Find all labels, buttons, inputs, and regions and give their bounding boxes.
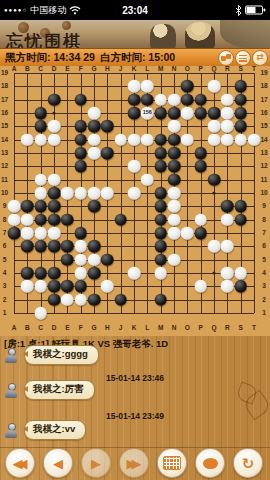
row-label-right: 14	[260, 136, 267, 143]
black-stone	[74, 93, 87, 106]
column-label-top: B	[25, 66, 30, 73]
app-banner: 忘忧围棋	[0, 20, 270, 48]
black-stone	[208, 107, 221, 120]
white-stone	[208, 240, 221, 253]
black-stone	[88, 293, 101, 306]
rewind-to-start-button[interactable]: ◀◀	[5, 448, 35, 478]
white-stone	[194, 280, 207, 293]
black-stone	[128, 93, 141, 106]
black-stone	[61, 213, 74, 226]
white-stone	[234, 133, 247, 146]
banner-coin-ornament	[62, 21, 71, 30]
white-stone	[34, 133, 47, 146]
black-stone	[48, 240, 61, 253]
column-label-top: R	[225, 66, 230, 73]
column-label-bottom: A	[12, 325, 17, 332]
white-stone	[21, 280, 34, 293]
white-stone	[74, 187, 87, 200]
blocks-button[interactable]	[218, 50, 234, 66]
white-stone	[74, 293, 87, 306]
save-icon	[239, 55, 247, 62]
black-stone	[154, 200, 167, 213]
row-label-right: 15	[260, 123, 267, 130]
white-stone	[34, 227, 47, 240]
black-stone	[114, 213, 127, 226]
row-label-right: 4	[262, 270, 266, 277]
white-stone	[128, 133, 141, 146]
column-label-bottom: C	[38, 325, 43, 332]
white-stone	[74, 267, 87, 280]
black-stone	[154, 227, 167, 240]
chat-panel[interactable]: [房:1 桌:1] 好玩具 1K VS 强哥老爷. 1D 我棋之:gggg15-…	[0, 336, 270, 447]
status-time: 23:04	[0, 5, 270, 16]
row-label-left: 11	[1, 176, 8, 183]
black-stone	[194, 160, 207, 173]
row-label-right: 3	[262, 283, 266, 290]
white-stone	[21, 227, 34, 240]
black-stone	[168, 107, 181, 120]
user-avatar-icon	[4, 383, 17, 398]
white-stone	[88, 107, 101, 120]
row-label-left: 10	[1, 190, 8, 197]
black-stone	[34, 200, 47, 213]
black-stone	[74, 227, 87, 240]
banner-painting-rock	[220, 20, 270, 48]
white-stone	[114, 133, 127, 146]
white-stone	[208, 133, 221, 146]
white-stone	[181, 133, 194, 146]
exit-loop-icon: ↻	[242, 456, 255, 471]
white-stone	[101, 280, 114, 293]
black-time-label: 黑方时间: 14:34 29	[5, 51, 95, 65]
chat-message-row: 我棋之:gggg	[4, 345, 99, 365]
black-stone	[21, 267, 34, 280]
row-label-right: 19	[260, 70, 267, 77]
column-label-top: J	[119, 66, 123, 73]
black-stone	[154, 107, 167, 120]
black-stone	[48, 267, 61, 280]
column-label-bottom: L	[145, 325, 149, 332]
column-label-top: Q	[211, 66, 216, 73]
column-label-bottom: B	[25, 325, 30, 332]
white-stone	[141, 80, 154, 93]
white-stone	[34, 187, 47, 200]
column-label-bottom: K	[132, 325, 137, 332]
black-stone	[48, 280, 61, 293]
grid-line	[14, 260, 254, 261]
board-keyboard-button[interactable]	[157, 448, 187, 478]
row-label-right: 5	[262, 256, 266, 263]
white-stone	[61, 293, 74, 306]
white-stone	[141, 173, 154, 186]
white-stone	[21, 133, 34, 146]
white-stone	[181, 107, 194, 120]
black-stone	[234, 200, 247, 213]
swap-arrows-icon: ⇄	[253, 52, 267, 62]
black-stone	[101, 253, 114, 266]
black-stone	[194, 147, 207, 160]
white-stone	[168, 253, 181, 266]
star-point	[212, 191, 215, 194]
white-stone	[221, 133, 234, 146]
black-stone	[88, 120, 101, 133]
step-forward-icon: ▶	[91, 457, 101, 470]
column-label-top: D	[52, 66, 57, 73]
row-label-left: 3	[3, 283, 7, 290]
black-stone	[154, 147, 167, 160]
white-stone	[48, 133, 61, 146]
black-stone	[234, 280, 247, 293]
row-label-right: 17	[260, 96, 267, 103]
swap-button[interactable]: ⇄	[252, 50, 268, 66]
column-label-top: T	[252, 66, 256, 73]
column-label-top: H	[105, 66, 110, 73]
row-label-left: 18	[1, 83, 8, 90]
column-label-top: O	[185, 66, 190, 73]
white-stone	[168, 213, 181, 226]
game-time-bar: 黑方时间: 14:34 29 白方时间: 15:00 ⇄	[0, 48, 270, 66]
black-stone	[34, 107, 47, 120]
black-stone	[154, 240, 167, 253]
banner-painting-figure	[185, 22, 215, 48]
black-stone	[154, 293, 167, 306]
white-stone	[168, 200, 181, 213]
row-label-left: 14	[1, 136, 8, 143]
row-label-left: 5	[3, 256, 7, 263]
user-avatar-icon	[4, 423, 17, 438]
row-label-left: 2	[3, 296, 7, 303]
white-stone	[128, 267, 141, 280]
white-stone	[208, 80, 221, 93]
black-stone	[234, 213, 247, 226]
grid-icon	[163, 456, 181, 470]
column-label-top: F	[79, 66, 83, 73]
white-stone	[74, 253, 87, 266]
white-stone	[48, 120, 61, 133]
white-stone	[181, 227, 194, 240]
row-label-right: 1	[262, 310, 266, 317]
white-stone	[48, 227, 61, 240]
white-stone	[74, 240, 87, 253]
white-stone	[141, 133, 154, 146]
white-stone	[101, 187, 114, 200]
row-label-left: 1	[3, 310, 7, 317]
black-stone	[168, 173, 181, 186]
column-label-bottom: E	[65, 325, 69, 332]
white-stone	[21, 213, 34, 226]
white-stone	[34, 280, 47, 293]
row-label-left: 19	[1, 70, 8, 77]
black-stone	[221, 200, 234, 213]
black-stone	[8, 227, 21, 240]
row-label-right: 6	[262, 243, 266, 250]
black-stone	[154, 133, 167, 146]
black-stone	[88, 240, 101, 253]
timebar-buttons: ⇄	[217, 50, 268, 66]
black-stone	[181, 80, 194, 93]
black-stone	[128, 107, 141, 120]
grid-line	[254, 73, 255, 313]
step-back-icon: ◀	[53, 457, 63, 470]
white-stone	[221, 120, 234, 133]
bottom-toolbar: ◀◀◀▶▶▶↻	[0, 447, 270, 480]
black-stone	[101, 120, 114, 133]
white-stone	[221, 240, 234, 253]
white-stone	[234, 267, 247, 280]
white-stone	[34, 173, 47, 186]
row-label-left: 16	[1, 110, 8, 117]
column-label-bottom: T	[252, 325, 256, 332]
column-label-bottom: F	[79, 325, 83, 332]
user-avatar-icon	[4, 348, 17, 363]
white-stone	[8, 200, 21, 213]
last-move-stone: 156	[141, 107, 154, 120]
grid-line	[14, 313, 254, 314]
app-title-calligraphy: 忘忧围棋	[6, 30, 82, 48]
row-label-right: 10	[260, 190, 267, 197]
white-stone	[221, 93, 234, 106]
row-label-right: 11	[261, 176, 268, 183]
row-label-right: 13	[260, 150, 267, 157]
white-stone	[88, 147, 101, 160]
column-label-bottom: M	[158, 325, 163, 332]
white-stone	[194, 213, 207, 226]
white-stone	[168, 187, 181, 200]
column-label-bottom: J	[119, 325, 123, 332]
column-label-bottom: G	[91, 325, 96, 332]
white-stone	[168, 227, 181, 240]
black-stone	[234, 93, 247, 106]
white-stone	[221, 267, 234, 280]
move-number-label: 156	[141, 110, 154, 116]
white-stone	[221, 213, 234, 226]
black-stone	[194, 227, 207, 240]
banner-painting-figure	[150, 24, 176, 48]
black-stone	[141, 93, 154, 106]
white-stone	[221, 107, 234, 120]
chat-message-row: 我棋之:厉害	[4, 380, 95, 400]
black-stone	[48, 293, 61, 306]
battery-icon	[245, 5, 266, 15]
black-stone	[154, 253, 167, 266]
black-stone	[48, 187, 61, 200]
white-stone	[208, 120, 221, 133]
black-stone	[34, 240, 47, 253]
fast-forward-button[interactable]: ▶▶	[119, 448, 149, 478]
column-label-top: E	[65, 66, 69, 73]
row-label-left: 15	[1, 123, 8, 130]
black-stone	[234, 107, 247, 120]
column-label-bottom: S	[238, 325, 242, 332]
black-stone	[34, 213, 47, 226]
black-stone	[48, 213, 61, 226]
white-stone	[154, 267, 167, 280]
black-stone	[48, 93, 61, 106]
white-stone	[34, 307, 47, 320]
black-stone	[194, 107, 207, 120]
row-label-left: 4	[3, 270, 7, 277]
black-stone	[34, 267, 47, 280]
white-stone	[8, 213, 21, 226]
black-stone	[234, 120, 247, 133]
black-stone	[74, 280, 87, 293]
row-label-left: 6	[3, 243, 7, 250]
black-stone	[74, 147, 87, 160]
black-stone	[88, 267, 101, 280]
white-stone	[88, 187, 101, 200]
black-stone	[168, 133, 181, 146]
black-stone	[61, 253, 74, 266]
chat-message-row: 我棋之:vv	[4, 420, 86, 440]
black-stone	[61, 240, 74, 253]
white-time-label: 白方时间: 15:00	[100, 51, 175, 65]
black-stone	[168, 147, 181, 160]
black-stone	[21, 200, 34, 213]
column-label-bottom: R	[225, 325, 230, 332]
row-label-right: 9	[262, 203, 266, 210]
row-label-right: 16	[260, 110, 267, 117]
column-label-top: S	[238, 66, 242, 73]
star-point	[52, 111, 55, 114]
chat-bubble-icon	[203, 458, 218, 469]
row-label-left: 12	[1, 163, 8, 170]
black-stone	[181, 93, 194, 106]
black-stone	[61, 280, 74, 293]
row-label-right: 2	[262, 296, 266, 303]
white-stone	[168, 93, 181, 106]
column-label-bottom: O	[185, 325, 190, 332]
column-label-top: M	[158, 66, 163, 73]
black-stone	[101, 147, 114, 160]
row-label-right: 12	[260, 163, 267, 170]
black-stone	[234, 80, 247, 93]
column-label-top: G	[91, 66, 96, 73]
step-back-button[interactable]: ◀	[43, 448, 73, 478]
black-stone	[74, 133, 87, 146]
row-label-left: 13	[1, 150, 8, 157]
black-stone	[48, 200, 61, 213]
row-label-right: 8	[262, 216, 266, 223]
step-forward-button[interactable]: ▶	[81, 448, 111, 478]
go-board[interactable]: AA1919BB1818CC1717DD1616EE1515FF1414GG13…	[0, 66, 270, 336]
black-stone	[74, 160, 87, 173]
black-stone	[74, 120, 87, 133]
black-stone	[154, 213, 167, 226]
column-label-top: C	[38, 66, 43, 73]
chat-button[interactable]	[195, 448, 225, 478]
black-stone	[88, 200, 101, 213]
column-label-top: P	[198, 66, 202, 73]
black-stone	[21, 240, 34, 253]
row-label-left: 7	[3, 230, 7, 237]
column-label-top: K	[132, 66, 137, 73]
column-label-top: L	[145, 66, 149, 73]
row-label-right: 7	[262, 230, 266, 237]
row-label-right: 18	[260, 83, 267, 90]
chat-bubble: 我棋之:gggg	[24, 345, 99, 365]
black-stone	[114, 293, 127, 306]
status-bar: ●●●●○ 中国移动 23:04	[0, 0, 270, 20]
column-label-top: N	[172, 66, 177, 73]
column-label-bottom: P	[198, 325, 202, 332]
column-label-bottom: Q	[211, 325, 216, 332]
black-stone	[208, 173, 221, 186]
exit-button[interactable]: ↻	[233, 448, 263, 478]
row-label-left: 8	[3, 216, 7, 223]
row-label-left: 9	[3, 203, 7, 210]
white-stone	[154, 93, 167, 106]
chat-bubble: 我棋之:厉害	[24, 380, 95, 400]
black-stone	[194, 93, 207, 106]
white-stone	[88, 253, 101, 266]
black-stone	[168, 160, 181, 173]
save-button[interactable]	[235, 50, 251, 66]
black-stone	[34, 120, 47, 133]
star-point	[212, 271, 215, 274]
white-stone	[88, 133, 101, 146]
bluetooth-icon	[235, 5, 242, 16]
white-stone	[128, 187, 141, 200]
fast-forward-icon: ▶▶	[127, 457, 137, 470]
column-label-bottom: H	[105, 325, 110, 332]
column-label-bottom: N	[172, 325, 177, 332]
white-stone	[128, 80, 141, 93]
chat-bubble: 我棋之:vv	[24, 420, 86, 440]
white-stone	[248, 133, 261, 146]
black-stone	[154, 160, 167, 173]
white-stone	[221, 280, 234, 293]
column-label-top: A	[12, 66, 17, 73]
white-stone	[61, 187, 74, 200]
black-stone	[154, 187, 167, 200]
column-label-bottom: D	[52, 325, 57, 332]
white-stone	[128, 160, 141, 173]
row-label-left: 17	[1, 96, 8, 103]
white-stone	[168, 120, 181, 133]
white-stone	[48, 173, 61, 186]
rewind-icon: ◀◀	[13, 457, 23, 470]
